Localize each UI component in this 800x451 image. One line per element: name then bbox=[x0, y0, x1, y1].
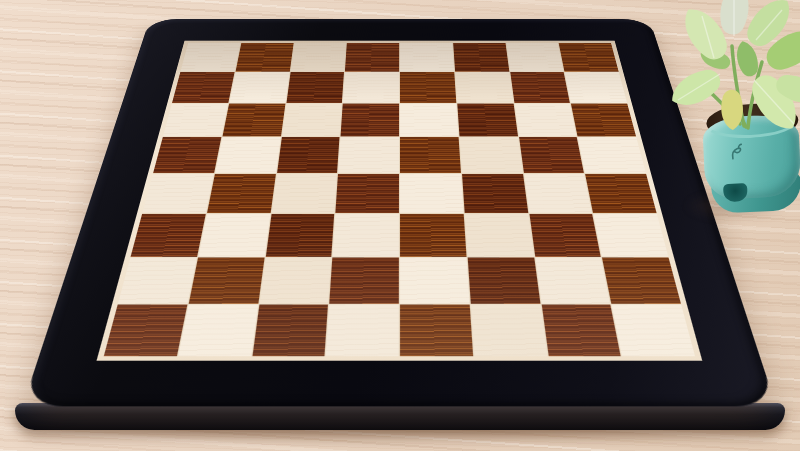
square-e3[interactable] bbox=[400, 214, 466, 257]
square-g4[interactable] bbox=[524, 174, 593, 213]
square-c3[interactable] bbox=[265, 214, 334, 257]
square-a1[interactable] bbox=[104, 305, 187, 356]
square-a3[interactable] bbox=[131, 214, 206, 257]
square-a5[interactable] bbox=[153, 137, 221, 173]
square-g1[interactable] bbox=[541, 305, 621, 356]
square-b3[interactable] bbox=[198, 214, 270, 257]
square-f8[interactable] bbox=[453, 43, 509, 72]
square-d2[interactable] bbox=[329, 257, 398, 304]
square-a7[interactable] bbox=[172, 72, 234, 103]
square-e2[interactable] bbox=[400, 257, 469, 304]
square-d4[interactable] bbox=[336, 174, 399, 213]
square-f5[interactable] bbox=[459, 137, 522, 173]
square-b2[interactable] bbox=[188, 257, 264, 304]
plant-leaves bbox=[670, 0, 800, 148]
square-h8[interactable] bbox=[559, 43, 619, 72]
square-g2[interactable] bbox=[535, 257, 611, 304]
square-c6[interactable] bbox=[281, 103, 342, 136]
square-a8[interactable] bbox=[180, 43, 240, 72]
square-f1[interactable] bbox=[471, 305, 547, 356]
square-b5[interactable] bbox=[215, 137, 281, 173]
square-h7[interactable] bbox=[565, 72, 627, 103]
square-a4[interactable] bbox=[142, 174, 213, 213]
square-c8[interactable] bbox=[290, 43, 346, 72]
square-h2[interactable] bbox=[602, 257, 681, 304]
square-f4[interactable] bbox=[462, 174, 528, 213]
square-e5[interactable] bbox=[400, 137, 461, 173]
square-a2[interactable] bbox=[118, 257, 197, 304]
square-c7[interactable] bbox=[286, 72, 344, 103]
potted-plant bbox=[670, 0, 800, 235]
square-h1[interactable] bbox=[612, 305, 695, 356]
square-g7[interactable] bbox=[510, 72, 570, 103]
square-g3[interactable] bbox=[529, 214, 601, 257]
square-h5[interactable] bbox=[578, 137, 646, 173]
square-h4[interactable] bbox=[585, 174, 656, 213]
square-e1[interactable] bbox=[400, 305, 473, 356]
square-b4[interactable] bbox=[207, 174, 276, 213]
square-a6[interactable] bbox=[163, 103, 228, 136]
square-d6[interactable] bbox=[341, 103, 399, 136]
square-h6[interactable] bbox=[571, 103, 636, 136]
square-g6[interactable] bbox=[514, 103, 577, 136]
square-f6[interactable] bbox=[457, 103, 518, 136]
chess-board bbox=[23, 19, 777, 406]
square-e8[interactable] bbox=[400, 43, 454, 72]
board-grid bbox=[104, 43, 695, 356]
square-c4[interactable] bbox=[271, 174, 337, 213]
square-d8[interactable] bbox=[345, 43, 399, 72]
square-b8[interactable] bbox=[235, 43, 293, 72]
square-g5[interactable] bbox=[519, 137, 585, 173]
square-d3[interactable] bbox=[333, 214, 399, 257]
square-g8[interactable] bbox=[506, 43, 564, 72]
square-d1[interactable] bbox=[326, 305, 399, 356]
square-h3[interactable] bbox=[593, 214, 668, 257]
square-c5[interactable] bbox=[277, 137, 340, 173]
square-e4[interactable] bbox=[400, 174, 463, 213]
square-d5[interactable] bbox=[338, 137, 399, 173]
square-b7[interactable] bbox=[229, 72, 289, 103]
square-b6[interactable] bbox=[222, 103, 285, 136]
square-f3[interactable] bbox=[464, 214, 533, 257]
square-d7[interactable] bbox=[343, 72, 399, 103]
square-e7[interactable] bbox=[400, 72, 456, 103]
square-c2[interactable] bbox=[259, 257, 332, 304]
square-f7[interactable] bbox=[455, 72, 513, 103]
square-e6[interactable] bbox=[400, 103, 458, 136]
square-b1[interactable] bbox=[178, 305, 258, 356]
square-c1[interactable] bbox=[252, 305, 328, 356]
square-f2[interactable] bbox=[467, 257, 540, 304]
